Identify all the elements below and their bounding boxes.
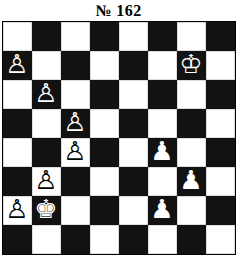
square-f2[interactable]: ♟ [148,196,177,225]
square-c3[interactable] [61,167,90,196]
square-f4[interactable]: ♟ [148,138,177,167]
piece-wP: ♙ [63,137,86,166]
square-c1[interactable] [61,225,90,254]
chess-board: ♙♔♙♙♙♟♙♟♙♚♟ [3,22,235,254]
square-d8[interactable] [90,22,119,51]
square-a7[interactable]: ♙ [3,51,32,80]
piece-bP: ♙ [5,50,28,79]
piece-wK: ♚ [34,195,57,224]
square-b3[interactable]: ♙ [32,167,61,196]
square-h4[interactable] [206,138,235,167]
square-g6[interactable] [177,80,206,109]
square-a8[interactable] [3,22,32,51]
square-g4[interactable] [177,138,206,167]
square-f7[interactable] [148,51,177,80]
chess-diagram-page: № 162 ♙♔♙♙♙♟♙♟♙♚♟ [0,0,237,261]
square-e6[interactable] [119,80,148,109]
square-a5[interactable] [3,109,32,138]
square-h7[interactable] [206,51,235,80]
square-f3[interactable] [148,167,177,196]
square-g2[interactable] [177,196,206,225]
square-g8[interactable] [177,22,206,51]
square-d2[interactable] [90,196,119,225]
square-d5[interactable] [90,109,119,138]
square-a6[interactable] [3,80,32,109]
piece-wP: ♙ [5,195,28,224]
board-frame: ♙♔♙♙♙♟♙♟♙♚♟ [2,21,236,255]
piece-wP: ♙ [34,166,57,195]
square-b2[interactable]: ♚ [32,196,61,225]
square-g5[interactable] [177,109,206,138]
square-d1[interactable] [90,225,119,254]
piece-wP: ♟ [150,195,173,224]
square-h5[interactable] [206,109,235,138]
square-d7[interactable] [90,51,119,80]
square-f1[interactable] [148,225,177,254]
square-f8[interactable] [148,22,177,51]
square-b5[interactable] [32,109,61,138]
piece-bP: ♙ [63,108,86,137]
square-e3[interactable] [119,167,148,196]
square-e8[interactable] [119,22,148,51]
square-h1[interactable] [206,225,235,254]
square-e5[interactable] [119,109,148,138]
diagram-number: № 162 [0,0,237,21]
square-h2[interactable] [206,196,235,225]
square-f5[interactable] [148,109,177,138]
square-e1[interactable] [119,225,148,254]
square-b8[interactable] [32,22,61,51]
square-c8[interactable] [61,22,90,51]
square-h8[interactable] [206,22,235,51]
square-g1[interactable] [177,225,206,254]
square-a2[interactable]: ♙ [3,196,32,225]
square-b4[interactable] [32,138,61,167]
square-c2[interactable] [61,196,90,225]
square-g3[interactable]: ♟ [177,167,206,196]
square-d6[interactable] [90,80,119,109]
square-b1[interactable] [32,225,61,254]
square-c6[interactable] [61,80,90,109]
square-f6[interactable] [148,80,177,109]
square-h3[interactable] [206,167,235,196]
piece-bK: ♔ [179,50,202,79]
piece-wP: ♟ [179,166,202,195]
square-c4[interactable]: ♙ [61,138,90,167]
piece-bP: ♙ [34,79,57,108]
piece-wP: ♟ [150,137,173,166]
square-b6[interactable]: ♙ [32,80,61,109]
square-d3[interactable] [90,167,119,196]
square-b7[interactable] [32,51,61,80]
square-a3[interactable] [3,167,32,196]
square-h6[interactable] [206,80,235,109]
square-c5[interactable]: ♙ [61,109,90,138]
square-g7[interactable]: ♔ [177,51,206,80]
square-e4[interactable] [119,138,148,167]
square-c7[interactable] [61,51,90,80]
square-e2[interactable] [119,196,148,225]
square-a4[interactable] [3,138,32,167]
square-e7[interactable] [119,51,148,80]
square-d4[interactable] [90,138,119,167]
square-a1[interactable] [3,225,32,254]
